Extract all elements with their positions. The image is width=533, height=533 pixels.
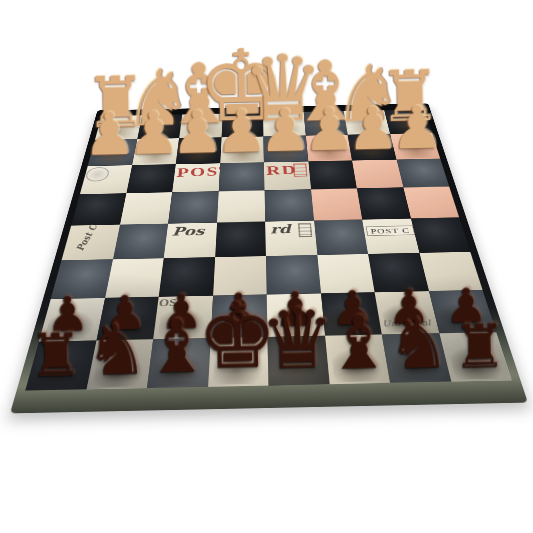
square-r2c5[interactable] bbox=[308, 160, 357, 189]
square-r3c0[interactable] bbox=[71, 193, 126, 225]
square-r2c3[interactable] bbox=[218, 162, 264, 191]
square-r2c6[interactable] bbox=[352, 159, 403, 188]
postcard-boxed: POST C bbox=[366, 226, 415, 236]
board-frame: ♜♞♝♚♛♝♞♜♟♟♟♟♟♟♟♟POSTRDPost CPosrdPOST C♟… bbox=[10, 103, 528, 413]
postcard-gothic: rd bbox=[270, 223, 291, 235]
square-r4c0[interactable]: Post C bbox=[62, 225, 120, 261]
square-r4c4[interactable]: rd bbox=[265, 221, 317, 256]
white-pawn[interactable]: ♟ bbox=[390, 97, 444, 157]
square-r3c7[interactable] bbox=[403, 187, 459, 219]
square-r1c5[interactable]: ♟ bbox=[306, 135, 353, 162]
square-r4c5[interactable] bbox=[314, 220, 368, 255]
postcard-postmark bbox=[84, 167, 110, 182]
postcard-redserif: RD bbox=[266, 164, 298, 177]
square-r2c7[interactable] bbox=[396, 158, 449, 187]
square-r4c3[interactable] bbox=[215, 222, 266, 257]
square-r2c1[interactable] bbox=[126, 164, 176, 193]
perspective-scene: ♜♞♝♚♛♝♞♜♟♟♟♟♟♟♟♟POSTRDPost CPosrdPOST C♟… bbox=[0, 0, 533, 533]
square-r2c4[interactable]: RD bbox=[264, 161, 311, 190]
square-r4c1[interactable] bbox=[113, 224, 169, 260]
postcard-gothicvert: Post C bbox=[74, 224, 99, 251]
square-r1c7[interactable]: ♟ bbox=[390, 133, 440, 160]
black-rook[interactable]: ♜ bbox=[29, 325, 84, 386]
square-r7c4[interactable]: ♛ bbox=[268, 336, 330, 385]
postcard-stamp bbox=[293, 163, 308, 176]
square-r4c6[interactable]: POST C bbox=[362, 219, 419, 254]
square-r2c0[interactable] bbox=[80, 165, 132, 194]
black-knight[interactable]: ♞ bbox=[85, 314, 149, 385]
square-r1c3[interactable]: ♟ bbox=[220, 136, 264, 163]
postcard-stamp2 bbox=[298, 223, 312, 238]
square-r4c7[interactable] bbox=[411, 217, 471, 252]
square-r3c4[interactable] bbox=[265, 189, 314, 221]
black-bishop[interactable]: ♝ bbox=[325, 305, 392, 380]
square-r3c1[interactable] bbox=[120, 192, 173, 224]
square-r4c2[interactable]: Pos bbox=[164, 223, 217, 259]
black-rook[interactable]: ♜ bbox=[452, 316, 507, 377]
square-r3c2[interactable] bbox=[168, 191, 218, 223]
square-r7c5[interactable]: ♝ bbox=[325, 335, 390, 384]
black-knight[interactable]: ♞ bbox=[387, 308, 451, 379]
postcard-gothic: Pos bbox=[171, 225, 204, 237]
chess-set-photo: ♜♞♝♚♛♝♞♜♟♟♟♟♟♟♟♟POSTRDPost CPosrdPOST C♟… bbox=[0, 0, 533, 533]
square-r7c6[interactable]: ♞ bbox=[382, 334, 451, 383]
square-r1c6[interactable]: ♟ bbox=[348, 134, 396, 161]
square-r3c3[interactable] bbox=[217, 190, 266, 222]
square-r3c5[interactable] bbox=[311, 189, 362, 221]
square-r1c4[interactable]: ♟ bbox=[263, 136, 308, 163]
square-r3c6[interactable] bbox=[357, 188, 411, 220]
square-r2c2[interactable]: POST bbox=[172, 163, 220, 192]
chess-board: ♜♞♝♚♛♝♞♜♟♟♟♟♟♟♟♟POSTRDPost CPosrdPOST C♟… bbox=[25, 109, 511, 390]
